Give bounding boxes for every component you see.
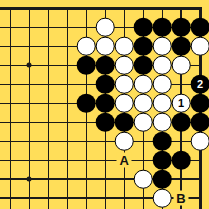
star-point xyxy=(27,177,32,182)
white-stone xyxy=(115,94,134,113)
black-stone xyxy=(77,94,96,113)
black-stone xyxy=(115,113,134,132)
black-stone xyxy=(191,18,209,37)
black-stone xyxy=(96,113,115,132)
black-stone xyxy=(153,132,172,151)
white-stone xyxy=(134,170,153,189)
grid-line-vertical xyxy=(67,7,68,209)
white-stone xyxy=(153,56,172,75)
black-stone xyxy=(172,151,191,170)
black-stone xyxy=(96,56,115,75)
black-stone xyxy=(96,75,115,94)
white-stone xyxy=(134,75,153,94)
black-stone xyxy=(191,113,209,132)
stone-move-number: 1 xyxy=(178,98,184,109)
white-stone xyxy=(153,75,172,94)
black-stone xyxy=(153,18,172,37)
black-stone xyxy=(134,56,153,75)
white-stone xyxy=(77,37,96,56)
black-stone-move-2: 2 xyxy=(191,75,209,94)
black-stone xyxy=(153,151,172,170)
black-stone xyxy=(153,170,172,189)
grid-line-vertical xyxy=(48,7,49,209)
point-label-A: A xyxy=(117,153,132,168)
black-stone xyxy=(172,18,191,37)
black-stone xyxy=(134,37,153,56)
black-stone xyxy=(96,94,115,113)
white-stone xyxy=(96,18,115,37)
white-stone xyxy=(153,94,172,113)
black-stone xyxy=(191,94,209,113)
stone-move-number: 2 xyxy=(197,79,203,90)
white-stone xyxy=(115,56,134,75)
white-stone xyxy=(115,132,134,151)
white-stone xyxy=(153,189,172,208)
white-stone xyxy=(134,94,153,113)
white-stone xyxy=(134,113,153,132)
go-board[interactable]: 21AB xyxy=(0,0,209,209)
black-stone xyxy=(77,56,96,75)
white-stone xyxy=(96,37,115,56)
white-stone xyxy=(115,75,134,94)
white-stone xyxy=(191,37,209,56)
white-stone xyxy=(115,37,134,56)
grid-line-vertical xyxy=(10,7,11,209)
black-stone xyxy=(172,113,191,132)
white-stone xyxy=(191,132,209,151)
point-label-B: B xyxy=(174,191,189,206)
star-point xyxy=(27,63,32,68)
white-stone-move-1: 1 xyxy=(172,94,191,113)
black-stone xyxy=(172,37,191,56)
white-stone xyxy=(153,37,172,56)
white-stone xyxy=(153,113,172,132)
board-top-edge xyxy=(0,7,202,10)
black-stone xyxy=(134,18,153,37)
white-stone xyxy=(172,56,191,75)
